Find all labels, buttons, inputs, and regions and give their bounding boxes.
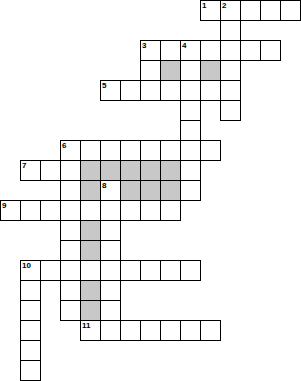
cell-r7-c10[interactable]	[200, 140, 221, 161]
cell-r13-c5[interactable]	[100, 260, 121, 281]
cell-r13-c9[interactable]	[180, 260, 201, 281]
cell-r0-c11[interactable]: 2	[220, 0, 241, 21]
clue-number-3: 3	[142, 41, 146, 50]
cell-r12-c3[interactable]	[60, 240, 81, 261]
cell-r10-c4[interactable]	[80, 200, 101, 221]
shaded-cell-r15-c4	[80, 300, 101, 321]
cell-r7-c5[interactable]	[100, 140, 121, 161]
cell-r2-c7[interactable]: 3	[140, 40, 161, 61]
shaded-cell-r9-c8	[160, 180, 181, 201]
cell-r11-c5[interactable]	[100, 220, 121, 241]
clue-number-6: 6	[62, 141, 66, 150]
cell-r10-c1[interactable]	[20, 200, 41, 221]
cell-r2-c10[interactable]	[200, 40, 221, 61]
cell-r10-c6[interactable]	[120, 200, 141, 221]
cell-r12-c5[interactable]	[100, 240, 121, 261]
cell-r13-c3[interactable]	[60, 260, 81, 281]
clue-number-4: 4	[182, 41, 186, 50]
cell-r10-c7[interactable]	[140, 200, 161, 221]
cell-r4-c9[interactable]	[180, 80, 201, 101]
cell-r9-c9[interactable]	[180, 180, 201, 201]
shaded-cell-r3-c10	[200, 60, 221, 81]
cell-r4-c11[interactable]	[220, 80, 241, 101]
shaded-cell-r8-c8	[160, 160, 181, 181]
cell-r14-c3[interactable]	[60, 280, 81, 301]
cell-r7-c9[interactable]	[180, 140, 201, 161]
cell-r8-c9[interactable]	[180, 160, 201, 181]
cell-r6-c9[interactable]	[180, 120, 201, 141]
cell-r4-c10[interactable]	[200, 80, 221, 101]
cell-r16-c7[interactable]	[140, 320, 161, 341]
cell-r7-c8[interactable]	[160, 140, 181, 161]
cell-r3-c7[interactable]	[140, 60, 161, 81]
cell-r7-c7[interactable]	[140, 140, 161, 161]
cell-r8-c1[interactable]: 7	[20, 160, 41, 181]
shaded-cell-r12-c4	[80, 240, 101, 261]
cell-r10-c5[interactable]	[100, 200, 121, 221]
cell-r15-c1[interactable]	[20, 300, 41, 321]
cell-r1-c11[interactable]	[220, 20, 241, 41]
cell-r16-c8[interactable]	[160, 320, 181, 341]
clue-number-11: 11	[82, 321, 90, 330]
cell-r10-c0[interactable]: 9	[0, 200, 21, 221]
cell-r17-c1[interactable]	[20, 340, 41, 361]
cell-r16-c5[interactable]	[100, 320, 121, 341]
cell-r14-c1[interactable]	[20, 280, 41, 301]
cell-r4-c8[interactable]	[160, 80, 181, 101]
clue-number-1: 1	[202, 1, 206, 10]
shaded-cell-r8-c4	[80, 160, 101, 181]
shaded-cell-r11-c4	[80, 220, 101, 241]
clue-number-9: 9	[2, 201, 6, 210]
shaded-cell-r9-c4	[80, 180, 101, 201]
cell-r7-c3[interactable]: 6	[60, 140, 81, 161]
cell-r13-c8[interactable]	[160, 260, 181, 281]
cell-r13-c7[interactable]	[140, 260, 161, 281]
cell-r10-c2[interactable]	[40, 200, 61, 221]
cell-r2-c9[interactable]: 4	[180, 40, 201, 61]
shaded-cell-r8-c6	[120, 160, 141, 181]
clue-number-2: 2	[222, 1, 226, 10]
cell-r16-c6[interactable]	[120, 320, 141, 341]
clue-number-5: 5	[102, 81, 106, 90]
cell-r13-c1[interactable]: 10	[20, 260, 41, 281]
cell-r2-c12[interactable]	[240, 40, 261, 61]
cell-r13-c2[interactable]	[40, 260, 61, 281]
crossword-board: 1234567891011	[0, 0, 301, 381]
cell-r4-c5[interactable]: 5	[100, 80, 121, 101]
clue-number-7: 7	[22, 161, 26, 170]
cell-r14-c5[interactable]	[100, 280, 121, 301]
cell-r8-c2[interactable]	[40, 160, 61, 181]
clue-number-8: 8	[102, 181, 106, 190]
cell-r16-c1[interactable]	[20, 320, 41, 341]
shaded-cell-r14-c4	[80, 280, 101, 301]
cell-r10-c8[interactable]	[160, 200, 181, 221]
cell-r13-c4[interactable]	[80, 260, 101, 281]
cell-r0-c14[interactable]	[280, 0, 301, 21]
cell-r0-c12[interactable]	[240, 0, 261, 21]
cell-r13-c6[interactable]	[120, 260, 141, 281]
cell-r4-c6[interactable]	[120, 80, 141, 101]
cell-r5-c11[interactable]	[220, 100, 241, 121]
cell-r4-c7[interactable]	[140, 80, 161, 101]
cell-r10-c3[interactable]	[60, 200, 81, 221]
shaded-cell-r8-c7	[140, 160, 161, 181]
cell-r3-c11[interactable]	[220, 60, 241, 81]
cell-r16-c9[interactable]	[180, 320, 201, 341]
cell-r3-c9[interactable]	[180, 60, 201, 81]
cell-r2-c8[interactable]	[160, 40, 181, 61]
cell-r18-c1[interactable]	[20, 360, 41, 381]
cell-r2-c13[interactable]	[260, 40, 281, 61]
cell-r0-c13[interactable]	[260, 0, 281, 21]
cell-r16-c10[interactable]	[200, 320, 221, 341]
cell-r16-c4[interactable]: 11	[80, 320, 101, 341]
clue-number-10: 10	[22, 261, 31, 270]
shaded-cell-r8-c5	[100, 160, 121, 181]
shaded-cell-r9-c7	[140, 180, 161, 201]
cell-r7-c4[interactable]	[80, 140, 101, 161]
cell-r0-c10[interactable]: 1	[200, 0, 221, 21]
cell-r8-c3[interactable]	[60, 160, 81, 181]
cell-r7-c6[interactable]	[120, 140, 141, 161]
cell-r9-c5[interactable]: 8	[100, 180, 121, 201]
cell-r11-c3[interactable]	[60, 220, 81, 241]
cell-r15-c3[interactable]	[60, 300, 81, 321]
cell-r9-c3[interactable]	[60, 180, 81, 201]
cell-r5-c9[interactable]	[180, 100, 201, 121]
cell-r2-c11[interactable]	[220, 40, 241, 61]
cell-r15-c5[interactable]	[100, 300, 121, 321]
shaded-cell-r3-c8	[160, 60, 181, 81]
shaded-cell-r9-c6	[120, 180, 141, 201]
